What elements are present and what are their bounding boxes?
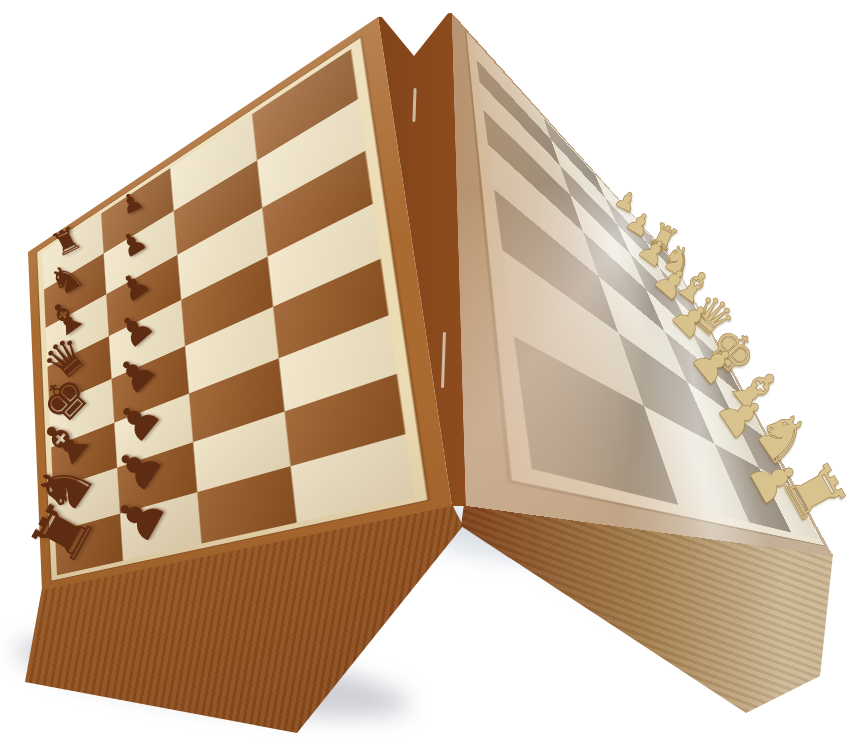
folding-magnetic-chess-set-photo: ♜♞♝♛♚♝♞♜♟♟♟♟♟♟♟♟♜♞♝♛♚♝♞♜♟♟♟♟♟♟♟♟: [0, 0, 850, 746]
